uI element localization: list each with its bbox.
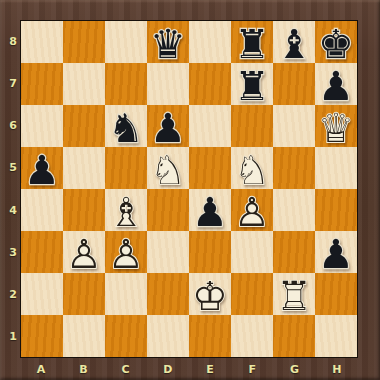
square-g6[interactable] [273,105,315,147]
black-pawn-glyph-detail: ♟ [189,189,231,231]
square-b6[interactable] [63,105,105,147]
piece-black-rook-f7[interactable]: ♜♜ [231,63,273,105]
square-f4[interactable]: ♟♙ [231,189,273,231]
black-pawn-glyph-detail: ♟ [315,63,357,105]
square-f1[interactable] [231,315,273,357]
black-pawn-glyph-base: ♟ [189,189,231,231]
square-d5[interactable]: ♞♘ [147,147,189,189]
piece-black-pawn-a5[interactable]: ♟♟ [21,147,63,189]
rank-label-6: 6 [0,105,20,147]
white-rook-glyph-base: ♜ [273,273,315,315]
square-b4[interactable] [63,189,105,231]
square-g4[interactable] [273,189,315,231]
white-knight-glyph-base: ♞ [147,147,189,189]
white-rook-glyph-detail: ♖ [273,273,315,315]
black-rook-glyph-detail: ♜ [231,21,273,63]
file-label-f: F [231,358,273,380]
piece-white-knight-d5[interactable]: ♞♘ [147,147,189,189]
black-queen-glyph-detail: ♛ [147,21,189,63]
file-label-h: H [316,358,358,380]
square-h5[interactable] [315,147,357,189]
chess-board: ♛♛♜♜♝♝♚♚♜♜♟♟♞♞♟♟♛♕♟♟♞♘♞♘♝♗♟♟♟♙♟♙♟♙♟♟♚♔♜♖ [20,20,358,358]
piece-white-knight-f5[interactable]: ♞♘ [231,147,273,189]
square-b8[interactable] [63,21,105,63]
square-b2[interactable] [63,273,105,315]
square-a8[interactable] [21,21,63,63]
black-king-glyph-detail: ♚ [315,21,357,63]
white-pawn-glyph-base: ♟ [63,231,105,273]
square-c2[interactable] [105,273,147,315]
white-king-glyph-detail: ♔ [189,273,231,315]
square-h1[interactable] [315,315,357,357]
white-pawn-glyph-detail: ♙ [231,189,273,231]
piece-white-king-e2[interactable]: ♚♔ [189,273,231,315]
square-f8[interactable]: ♜♜ [231,21,273,63]
rank-label-4: 4 [0,189,20,231]
square-c3[interactable]: ♟♙ [105,231,147,273]
square-e7[interactable] [189,63,231,105]
square-d1[interactable] [147,315,189,357]
black-rook-glyph-detail: ♜ [231,63,273,105]
square-c6[interactable]: ♞♞ [105,105,147,147]
square-g8[interactable]: ♝♝ [273,21,315,63]
piece-white-pawn-b3[interactable]: ♟♙ [63,231,105,273]
white-pawn-glyph-base: ♟ [105,231,147,273]
black-bishop-glyph-base: ♝ [273,21,315,63]
square-h4[interactable] [315,189,357,231]
black-pawn-glyph-detail: ♟ [147,105,189,147]
rank-label-3: 3 [0,231,20,273]
piece-black-queen-d8[interactable]: ♛♛ [147,21,189,63]
square-e1[interactable] [189,315,231,357]
piece-black-king-h8[interactable]: ♚♚ [315,21,357,63]
piece-white-pawn-f4[interactable]: ♟♙ [231,189,273,231]
square-b5[interactable] [63,147,105,189]
square-a3[interactable] [21,231,63,273]
file-label-g: G [274,358,316,380]
piece-black-pawn-e4[interactable]: ♟♟ [189,189,231,231]
white-pawn-glyph-base: ♟ [231,189,273,231]
square-g2[interactable]: ♜♖ [273,273,315,315]
square-e8[interactable] [189,21,231,63]
square-a1[interactable] [21,315,63,357]
black-queen-glyph-base: ♛ [147,21,189,63]
square-e5[interactable] [189,147,231,189]
square-a4[interactable] [21,189,63,231]
square-h8[interactable]: ♚♚ [315,21,357,63]
square-b3[interactable]: ♟♙ [63,231,105,273]
white-queen-glyph-base: ♛ [315,105,357,147]
black-pawn-glyph-base: ♟ [315,231,357,273]
square-d3[interactable] [147,231,189,273]
black-pawn-glyph-detail: ♟ [315,231,357,273]
file-label-a: A [20,358,62,380]
white-knight-glyph-base: ♞ [231,147,273,189]
black-pawn-glyph-detail: ♟ [21,147,63,189]
white-queen-glyph-detail: ♕ [315,105,357,147]
rank-label-5: 5 [0,147,20,189]
piece-black-pawn-d6[interactable]: ♟♟ [147,105,189,147]
piece-black-knight-c6[interactable]: ♞♞ [105,105,147,147]
white-pawn-glyph-detail: ♙ [105,231,147,273]
file-label-b: B [62,358,104,380]
chessboard-screenshot: 87654321 ABCDEFGH ♛♛♜♜♝♝♚♚♜♜♟♟♞♞♟♟♛♕♟♟♞♘… [0,0,380,380]
rank-label-2: 2 [0,274,20,316]
file-label-d: D [147,358,189,380]
square-e6[interactable] [189,105,231,147]
white-pawn-glyph-detail: ♙ [63,231,105,273]
black-king-glyph-base: ♚ [315,21,357,63]
black-pawn-glyph-base: ♟ [21,147,63,189]
black-knight-glyph-detail: ♞ [105,105,147,147]
square-f6[interactable] [231,105,273,147]
square-a5[interactable]: ♟♟ [21,147,63,189]
black-knight-glyph-base: ♞ [105,105,147,147]
rank-label-1: 1 [0,316,20,358]
square-g3[interactable] [273,231,315,273]
black-pawn-glyph-base: ♟ [147,105,189,147]
piece-white-queen-h6[interactable]: ♛♕ [315,105,357,147]
file-label-c: C [105,358,147,380]
square-d4[interactable] [147,189,189,231]
square-h2[interactable] [315,273,357,315]
square-b7[interactable] [63,63,105,105]
piece-white-pawn-c3[interactable]: ♟♙ [105,231,147,273]
square-c1[interactable] [105,315,147,357]
square-d8[interactable]: ♛♛ [147,21,189,63]
square-h7[interactable]: ♟♟ [315,63,357,105]
piece-black-pawn-h3[interactable]: ♟♟ [315,231,357,273]
black-rook-glyph-base: ♜ [231,21,273,63]
square-h3[interactable]: ♟♟ [315,231,357,273]
square-c7[interactable] [105,63,147,105]
piece-black-pawn-h7[interactable]: ♟♟ [315,63,357,105]
rank-label-7: 7 [0,62,20,104]
square-c4[interactable]: ♝♗ [105,189,147,231]
black-bishop-glyph-detail: ♝ [273,21,315,63]
square-f5[interactable]: ♞♘ [231,147,273,189]
square-d2[interactable] [147,273,189,315]
white-bishop-glyph-base: ♝ [105,189,147,231]
square-f2[interactable] [231,273,273,315]
square-e3[interactable] [189,231,231,273]
rank-labels: 87654321 [0,20,20,358]
square-e2[interactable]: ♚♔ [189,273,231,315]
square-a2[interactable] [21,273,63,315]
square-h6[interactable]: ♛♕ [315,105,357,147]
square-f7[interactable]: ♜♜ [231,63,273,105]
black-pawn-glyph-base: ♟ [315,63,357,105]
file-labels: ABCDEFGH [20,358,358,380]
square-a7[interactable] [21,63,63,105]
square-d6[interactable]: ♟♟ [147,105,189,147]
square-c8[interactable] [105,21,147,63]
square-c5[interactable] [105,147,147,189]
white-king-glyph-base: ♚ [189,273,231,315]
piece-black-bishop-g8[interactable]: ♝♝ [273,21,315,63]
white-knight-glyph-detail: ♘ [231,147,273,189]
square-b1[interactable] [63,315,105,357]
rank-label-8: 8 [0,20,20,62]
white-bishop-glyph-detail: ♗ [105,189,147,231]
square-d7[interactable] [147,63,189,105]
square-f3[interactable] [231,231,273,273]
square-g5[interactable] [273,147,315,189]
white-knight-glyph-detail: ♘ [147,147,189,189]
piece-white-bishop-c4[interactable]: ♝♗ [105,189,147,231]
square-e4[interactable]: ♟♟ [189,189,231,231]
square-g1[interactable] [273,315,315,357]
file-label-e: E [189,358,231,380]
black-rook-glyph-base: ♜ [231,63,273,105]
square-a6[interactable] [21,105,63,147]
square-g7[interactable] [273,63,315,105]
piece-white-rook-g2[interactable]: ♜♖ [273,273,315,315]
piece-black-rook-f8[interactable]: ♜♜ [231,21,273,63]
